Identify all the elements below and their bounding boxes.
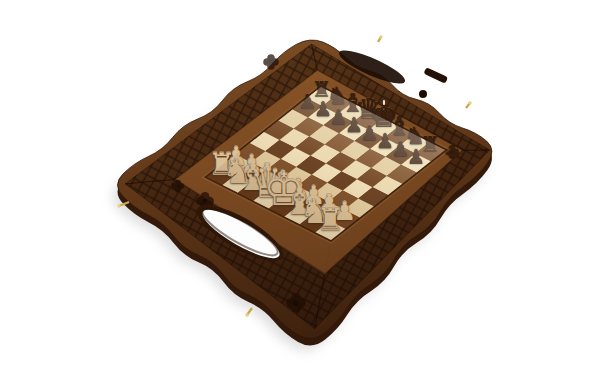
- brass-latch: [419, 67, 448, 98]
- square-h1: ♜: [316, 221, 346, 240]
- black-king-bone-finial: [383, 100, 385, 105]
- brass-latch-pin: [378, 35, 383, 42]
- piece-black-pawn-h7: ♟: [398, 147, 434, 167]
- piece-white-rook-h1: ♜: [306, 204, 354, 235]
- brass-latch-pin: [466, 101, 472, 108]
- product-photo: ♜♞♝♛♚♝♞♜♟♟♟♟♟♟♟♟♟♟♟♟♟♟♟♟♜♞♝♛♚♝♞♜: [0, 0, 600, 380]
